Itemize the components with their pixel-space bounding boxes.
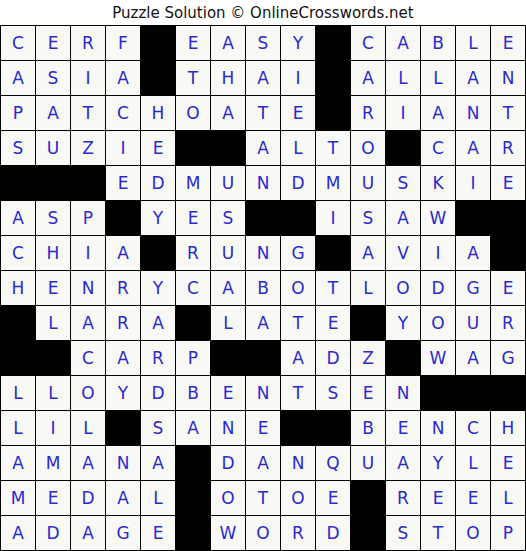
letter-cell-r3c15: T: [491, 96, 526, 131]
letter-cell-r9c15: R: [491, 306, 526, 341]
letter-cell-r15c7: W: [211, 516, 246, 551]
black-cell-r10c8: [246, 341, 281, 376]
letter-cell-r14c5: L: [141, 481, 176, 516]
letter-cell-r2c3: I: [71, 61, 106, 96]
letter-cell-r3c9: E: [281, 96, 316, 131]
black-cell-r12c10: [316, 411, 351, 446]
letter-cell-r10c5: R: [141, 341, 176, 376]
letter-cell-r11c6: B: [176, 376, 211, 411]
letter-cell-r1c6: E: [176, 26, 211, 61]
black-cell-r11c14: [456, 376, 491, 411]
black-cell-r6c8: [246, 201, 281, 236]
letter-cell-r13c7: D: [211, 446, 246, 481]
letter-cell-r7c3: I: [71, 236, 106, 271]
letter-cell-r4c15: R: [491, 131, 526, 166]
black-cell-r4c6: [176, 131, 211, 166]
black-cell-r6c14: [456, 201, 491, 236]
letter-cell-r5c12: S: [386, 166, 421, 201]
black-cell-r4c7: [211, 131, 246, 166]
black-cell-r15c11: [351, 516, 386, 551]
letter-cell-r12c13: N: [421, 411, 456, 446]
letter-cell-r12c7: N: [211, 411, 246, 446]
letter-cell-r14c9: O: [281, 481, 316, 516]
letter-cell-r9c14: U: [456, 306, 491, 341]
letter-cell-r2c7: H: [211, 61, 246, 96]
letter-cell-r13c3: A: [71, 446, 106, 481]
black-cell-r7c10: [316, 236, 351, 271]
letter-cell-r7c4: A: [106, 236, 141, 271]
black-cell-r5c1: [1, 166, 36, 201]
letter-cell-r5c4: E: [106, 166, 141, 201]
letter-cell-r8c4: R: [106, 271, 141, 306]
letter-cell-r10c15: G: [491, 341, 526, 376]
letter-cell-r11c1: L: [1, 376, 36, 411]
letter-cell-r4c14: A: [456, 131, 491, 166]
letter-cell-r1c11: C: [351, 26, 386, 61]
letter-cell-r4c8: A: [246, 131, 281, 166]
letter-cell-r2c1: A: [1, 61, 36, 96]
black-cell-r2c5: [141, 61, 176, 96]
letter-cell-r12c11: B: [351, 411, 386, 446]
letter-cell-r3c8: T: [246, 96, 281, 131]
letter-cell-r13c5: A: [141, 446, 176, 481]
letter-cell-r6c13: W: [421, 201, 456, 236]
letter-cell-r10c9: A: [281, 341, 316, 376]
black-cell-r10c1: [1, 341, 36, 376]
black-cell-r7c5: [141, 236, 176, 271]
letter-cell-r12c3: L: [71, 411, 106, 446]
letter-cell-r1c14: L: [456, 26, 491, 61]
letter-cell-r14c1: M: [1, 481, 36, 516]
letter-cell-r7c6: R: [176, 236, 211, 271]
letter-cell-r6c10: I: [316, 201, 351, 236]
letter-cell-r12c2: I: [36, 411, 71, 446]
letter-cell-r13c14: L: [456, 446, 491, 481]
letter-cell-r13c11: U: [351, 446, 386, 481]
letter-cell-r11c8: N: [246, 376, 281, 411]
letter-cell-r10c6: P: [176, 341, 211, 376]
letter-cell-r10c14: A: [456, 341, 491, 376]
letter-cell-r15c8: O: [246, 516, 281, 551]
letter-cell-r15c9: R: [281, 516, 316, 551]
letter-cell-r14c13: E: [421, 481, 456, 516]
letter-cell-r4c10: T: [316, 131, 351, 166]
letter-cell-r2c9: I: [281, 61, 316, 96]
letter-cell-r4c4: I: [106, 131, 141, 166]
black-cell-r9c11: [351, 306, 386, 341]
letter-cell-r13c1: A: [1, 446, 36, 481]
letter-cell-r7c12: V: [386, 236, 421, 271]
letter-cell-r6c7: S: [211, 201, 246, 236]
black-cell-r12c4: [106, 411, 141, 446]
black-cell-r10c7: [211, 341, 246, 376]
black-cell-r9c6: [176, 306, 211, 341]
letter-cell-r13c2: M: [36, 446, 71, 481]
letter-cell-r9c12: Y: [386, 306, 421, 341]
letter-cell-r6c5: Y: [141, 201, 176, 236]
letter-cell-r9c3: A: [71, 306, 106, 341]
black-cell-r9c1: [1, 306, 36, 341]
black-cell-r15c6: [176, 516, 211, 551]
letter-cell-r2c8: A: [246, 61, 281, 96]
letter-cell-r14c4: A: [106, 481, 141, 516]
letter-cell-r4c11: O: [351, 131, 386, 166]
letter-cell-r5c11: U: [351, 166, 386, 201]
letter-cell-r1c3: R: [71, 26, 106, 61]
letter-cell-r10c11: Z: [351, 341, 386, 376]
black-cell-r13c6: [176, 446, 211, 481]
letter-cell-r1c7: A: [211, 26, 246, 61]
black-cell-r14c11: [351, 481, 386, 516]
black-cell-r2c10: [316, 61, 351, 96]
letter-cell-r11c5: D: [141, 376, 176, 411]
letter-cell-r15c12: S: [386, 516, 421, 551]
letter-cell-r6c6: E: [176, 201, 211, 236]
black-cell-r6c15: [491, 201, 526, 236]
letter-cell-r8c7: A: [211, 271, 246, 306]
letter-cell-r13c9: N: [281, 446, 316, 481]
letter-cell-r14c2: E: [36, 481, 71, 516]
letter-cell-r9c13: O: [421, 306, 456, 341]
letter-cell-r14c3: D: [71, 481, 106, 516]
letter-cell-r10c3: C: [71, 341, 106, 376]
letter-cell-r12c1: L: [1, 411, 36, 446]
letter-cell-r6c1: A: [1, 201, 36, 236]
letter-cell-r5c15: E: [491, 166, 526, 201]
letter-cell-r5c8: N: [246, 166, 281, 201]
letter-cell-r3c13: A: [421, 96, 456, 131]
letter-cell-r15c13: T: [421, 516, 456, 551]
letter-cell-r8c2: E: [36, 271, 71, 306]
letter-cell-r2c14: A: [456, 61, 491, 96]
letter-cell-r7c1: C: [1, 236, 36, 271]
letter-cell-r13c8: A: [246, 446, 281, 481]
letter-cell-r5c14: I: [456, 166, 491, 201]
letter-cell-r4c13: C: [421, 131, 456, 166]
letter-cell-r14c14: E: [456, 481, 491, 516]
letter-cell-r6c12: A: [386, 201, 421, 236]
letter-cell-r9c10: E: [316, 306, 351, 341]
letter-cell-r7c13: I: [421, 236, 456, 271]
letter-cell-r14c15: L: [491, 481, 526, 516]
letter-cell-r3c2: A: [36, 96, 71, 131]
black-cell-r3c10: [316, 96, 351, 131]
letter-cell-r4c9: L: [281, 131, 316, 166]
letter-cell-r3c3: T: [71, 96, 106, 131]
letter-cell-r12c14: C: [456, 411, 491, 446]
letter-cell-r9c9: T: [281, 306, 316, 341]
letter-cell-r9c4: R: [106, 306, 141, 341]
letter-cell-r15c14: O: [456, 516, 491, 551]
letter-cell-r8c13: D: [421, 271, 456, 306]
letter-cell-r3c5: H: [141, 96, 176, 131]
letter-cell-r13c12: A: [386, 446, 421, 481]
letter-cell-r10c4: A: [106, 341, 141, 376]
letter-cell-r14c8: T: [246, 481, 281, 516]
letter-cell-r11c11: E: [351, 376, 386, 411]
letter-cell-r8c5: Y: [141, 271, 176, 306]
letter-cell-r15c15: P: [491, 516, 526, 551]
letter-cell-r15c1: A: [1, 516, 36, 551]
letter-cell-r7c8: N: [246, 236, 281, 271]
letter-cell-r11c2: L: [36, 376, 71, 411]
letter-cell-r6c3: P: [71, 201, 106, 236]
letter-cell-r3c14: N: [456, 96, 491, 131]
letter-cell-r3c7: A: [211, 96, 246, 131]
letter-cell-r14c7: O: [211, 481, 246, 516]
letter-cell-r1c12: A: [386, 26, 421, 61]
letter-cell-r13c4: N: [106, 446, 141, 481]
letter-cell-r3c11: R: [351, 96, 386, 131]
letter-cell-r8c10: T: [316, 271, 351, 306]
black-cell-r10c2: [36, 341, 71, 376]
black-cell-r12c9: [281, 411, 316, 446]
letter-cell-r12c8: E: [246, 411, 281, 446]
letter-cell-r5c9: D: [281, 166, 316, 201]
black-cell-r6c9: [281, 201, 316, 236]
letter-cell-r4c1: S: [1, 131, 36, 166]
letter-cell-r7c11: A: [351, 236, 386, 271]
letter-cell-r1c2: E: [36, 26, 71, 61]
letter-cell-r1c13: B: [421, 26, 456, 61]
letter-cell-r7c2: H: [36, 236, 71, 271]
page-title: Puzzle Solution © OnlineCrosswords.net: [0, 0, 526, 25]
letter-cell-r9c8: A: [246, 306, 281, 341]
letter-cell-r10c10: D: [316, 341, 351, 376]
letter-cell-r10c13: W: [421, 341, 456, 376]
letter-cell-r13c10: Q: [316, 446, 351, 481]
letter-cell-r15c3: A: [71, 516, 106, 551]
letter-cell-r11c3: O: [71, 376, 106, 411]
letter-cell-r2c13: L: [421, 61, 456, 96]
letter-cell-r11c12: N: [386, 376, 421, 411]
letter-cell-r1c8: S: [246, 26, 281, 61]
black-cell-r7c15: [491, 236, 526, 271]
letter-cell-r9c5: A: [141, 306, 176, 341]
letter-cell-r6c2: S: [36, 201, 71, 236]
crossword-grid: CERFEASYCABLEASIATHAIALLANPATCHOATERIANT…: [0, 25, 526, 551]
letter-cell-r12c5: S: [141, 411, 176, 446]
letter-cell-r5c6: M: [176, 166, 211, 201]
letter-cell-r2c12: L: [386, 61, 421, 96]
letter-cell-r7c7: U: [211, 236, 246, 271]
letter-cell-r3c4: C: [106, 96, 141, 131]
letter-cell-r5c7: U: [211, 166, 246, 201]
letter-cell-r9c2: L: [36, 306, 71, 341]
black-cell-r14c6: [176, 481, 211, 516]
black-cell-r6c4: [106, 201, 141, 236]
letter-cell-r13c15: E: [491, 446, 526, 481]
letter-cell-r11c10: S: [316, 376, 351, 411]
letter-cell-r13c13: Y: [421, 446, 456, 481]
letter-cell-r11c7: E: [211, 376, 246, 411]
letter-cell-r2c4: A: [106, 61, 141, 96]
letter-cell-r7c9: G: [281, 236, 316, 271]
letter-cell-r4c5: E: [141, 131, 176, 166]
letter-cell-r8c6: C: [176, 271, 211, 306]
letter-cell-r5c10: M: [316, 166, 351, 201]
black-cell-r11c15: [491, 376, 526, 411]
letter-cell-r2c2: S: [36, 61, 71, 96]
letter-cell-r2c15: N: [491, 61, 526, 96]
letter-cell-r3c6: O: [176, 96, 211, 131]
letter-cell-r8c14: G: [456, 271, 491, 306]
letter-cell-r15c5: E: [141, 516, 176, 551]
letter-cell-r14c10: E: [316, 481, 351, 516]
letter-cell-r2c11: A: [351, 61, 386, 96]
letter-cell-r7c14: A: [456, 236, 491, 271]
letter-cell-r8c11: L: [351, 271, 386, 306]
black-cell-r4c12: [386, 131, 421, 166]
letter-cell-r1c4: F: [106, 26, 141, 61]
letter-cell-r12c6: A: [176, 411, 211, 446]
letter-cell-r3c1: P: [1, 96, 36, 131]
letter-cell-r14c12: R: [386, 481, 421, 516]
letter-cell-r8c15: E: [491, 271, 526, 306]
black-cell-r1c10: [316, 26, 351, 61]
letter-cell-r15c10: D: [316, 516, 351, 551]
letter-cell-r4c2: U: [36, 131, 71, 166]
letter-cell-r8c12: O: [386, 271, 421, 306]
letter-cell-r4c3: Z: [71, 131, 106, 166]
black-cell-r11c13: [421, 376, 456, 411]
letter-cell-r1c15: E: [491, 26, 526, 61]
letter-cell-r5c5: D: [141, 166, 176, 201]
letter-cell-r15c4: G: [106, 516, 141, 551]
black-cell-r5c3: [71, 166, 106, 201]
letter-cell-r15c2: D: [36, 516, 71, 551]
letter-cell-r1c9: Y: [281, 26, 316, 61]
letter-cell-r8c3: N: [71, 271, 106, 306]
letter-cell-r6c11: S: [351, 201, 386, 236]
letter-cell-r11c9: T: [281, 376, 316, 411]
black-cell-r5c2: [36, 166, 71, 201]
letter-cell-r11c4: Y: [106, 376, 141, 411]
letter-cell-r12c15: H: [491, 411, 526, 446]
letter-cell-r2c6: T: [176, 61, 211, 96]
letter-cell-r8c8: B: [246, 271, 281, 306]
black-cell-r10c12: [386, 341, 421, 376]
letter-cell-r1c1: C: [1, 26, 36, 61]
letter-cell-r5c13: K: [421, 166, 456, 201]
letter-cell-r3c12: I: [386, 96, 421, 131]
letter-cell-r8c1: H: [1, 271, 36, 306]
letter-cell-r12c12: E: [386, 411, 421, 446]
letter-cell-r8c9: O: [281, 271, 316, 306]
black-cell-r1c5: [141, 26, 176, 61]
letter-cell-r9c7: L: [211, 306, 246, 341]
